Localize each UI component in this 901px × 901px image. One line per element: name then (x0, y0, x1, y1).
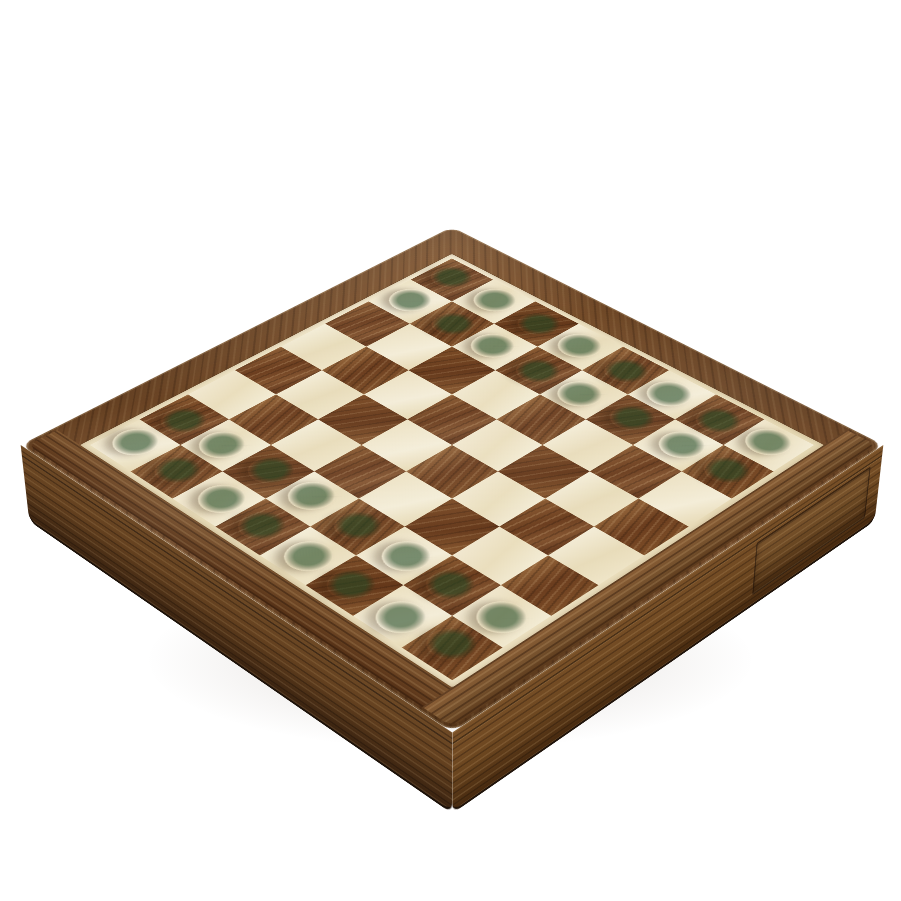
product-photo-scene: ♜♞♝♛♚♝♞♜♟♟♟♟♟♟♟♟♟♟♟♟♟♟♟♟♜♞♝♛♚♝♞♜ (0, 0, 901, 901)
pawn-glyph: ♟ (646, 394, 808, 475)
rook-glyph: ♜ (363, 510, 541, 650)
